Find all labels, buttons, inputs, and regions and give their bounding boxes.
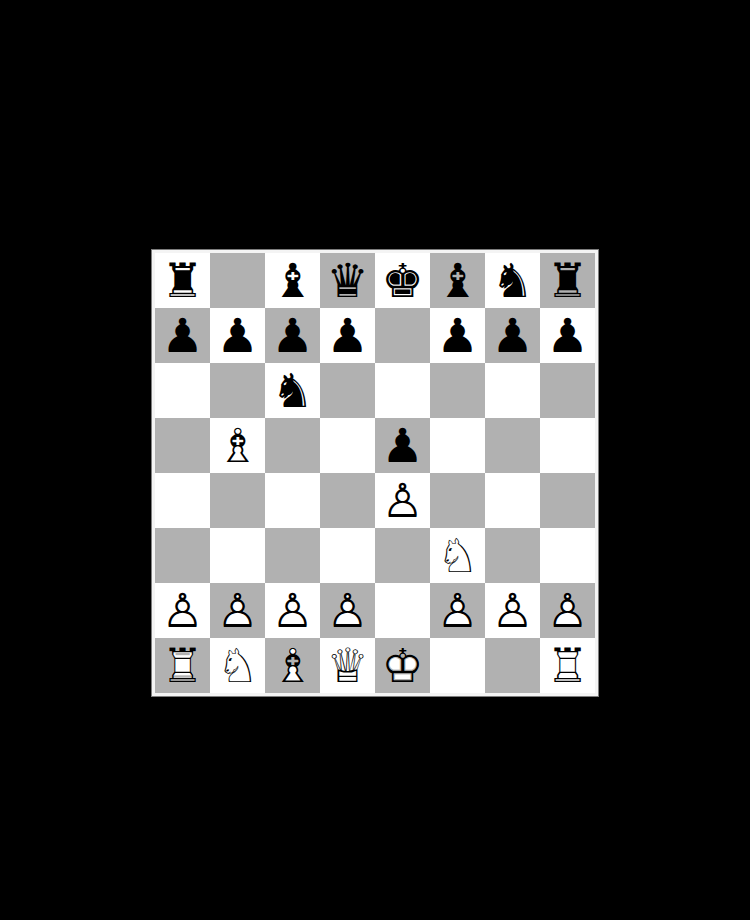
white-rook-outline-glyph: ♖	[161, 638, 203, 693]
square-e3[interactable]	[375, 528, 430, 583]
square-c2[interactable]: ♟♙	[265, 583, 320, 638]
square-h3[interactable]	[540, 528, 595, 583]
square-h2[interactable]: ♟♙	[540, 583, 595, 638]
white-bishop-piece: ♝♗	[271, 642, 313, 689]
square-h7[interactable]: ♟	[540, 308, 595, 363]
black-pawn-piece: ♟	[491, 312, 533, 359]
square-f2[interactable]: ♟♙	[430, 583, 485, 638]
white-king-piece: ♚♔	[381, 642, 423, 689]
square-f1[interactable]	[430, 638, 485, 693]
square-e5[interactable]: ♟	[375, 418, 430, 473]
square-g5[interactable]	[485, 418, 540, 473]
square-f5[interactable]	[430, 418, 485, 473]
square-d8[interactable]: ♛	[320, 253, 375, 308]
square-c1[interactable]: ♝♗	[265, 638, 320, 693]
square-b1[interactable]: ♞♘	[210, 638, 265, 693]
square-a2[interactable]: ♟♙	[155, 583, 210, 638]
white-bishop-outline-glyph: ♗	[271, 638, 313, 693]
white-pawn-piece: ♟♙	[271, 587, 313, 634]
black-rook-piece: ♜	[546, 257, 588, 304]
black-queen-piece: ♛	[326, 257, 368, 304]
square-f4[interactable]	[430, 473, 485, 528]
black-rook-piece: ♜	[161, 257, 203, 304]
page-background: { "game": "chess", "position": { "fen": …	[0, 0, 750, 920]
white-knight-outline-glyph: ♘	[216, 638, 258, 693]
white-knight-piece: ♞♘	[436, 532, 478, 579]
square-g1[interactable]	[485, 638, 540, 693]
square-g6[interactable]	[485, 363, 540, 418]
square-e8[interactable]: ♚	[375, 253, 430, 308]
square-h4[interactable]	[540, 473, 595, 528]
square-d7[interactable]: ♟	[320, 308, 375, 363]
square-d6[interactable]	[320, 363, 375, 418]
white-pawn-outline-glyph: ♙	[491, 583, 533, 638]
black-bishop-piece: ♝	[436, 257, 478, 304]
square-a3[interactable]	[155, 528, 210, 583]
white-bishop-piece: ♝♗	[216, 422, 258, 469]
white-pawn-outline-glyph: ♙	[436, 583, 478, 638]
black-pawn-piece: ♟	[216, 312, 258, 359]
black-knight-piece: ♞	[271, 367, 313, 414]
white-pawn-outline-glyph: ♙	[326, 583, 368, 638]
square-c5[interactable]	[265, 418, 320, 473]
square-a6[interactable]	[155, 363, 210, 418]
square-f3[interactable]: ♞♘	[430, 528, 485, 583]
square-b8[interactable]	[210, 253, 265, 308]
white-pawn-outline-glyph: ♙	[216, 583, 258, 638]
square-e7[interactable]	[375, 308, 430, 363]
square-b3[interactable]	[210, 528, 265, 583]
square-a5[interactable]	[155, 418, 210, 473]
white-pawn-piece: ♟♙	[491, 587, 533, 634]
square-e6[interactable]	[375, 363, 430, 418]
square-h5[interactable]	[540, 418, 595, 473]
white-pawn-piece: ♟♙	[436, 587, 478, 634]
square-h8[interactable]: ♜	[540, 253, 595, 308]
white-pawn-piece: ♟♙	[546, 587, 588, 634]
square-c7[interactable]: ♟	[265, 308, 320, 363]
white-pawn-outline-glyph: ♙	[271, 583, 313, 638]
square-g8[interactable]: ♞	[485, 253, 540, 308]
square-g3[interactable]	[485, 528, 540, 583]
square-b2[interactable]: ♟♙	[210, 583, 265, 638]
black-pawn-piece: ♟	[546, 312, 588, 359]
square-a1[interactable]: ♜♖	[155, 638, 210, 693]
square-h1[interactable]: ♜♖	[540, 638, 595, 693]
square-g2[interactable]: ♟♙	[485, 583, 540, 638]
square-d2[interactable]: ♟♙	[320, 583, 375, 638]
black-knight-piece: ♞	[491, 257, 533, 304]
white-rook-outline-glyph: ♖	[546, 638, 588, 693]
square-d4[interactable]	[320, 473, 375, 528]
square-a7[interactable]: ♟	[155, 308, 210, 363]
square-a4[interactable]	[155, 473, 210, 528]
square-f6[interactable]	[430, 363, 485, 418]
square-f8[interactable]: ♝	[430, 253, 485, 308]
white-knight-piece: ♞♘	[216, 642, 258, 689]
white-pawn-piece: ♟♙	[326, 587, 368, 634]
black-pawn-piece: ♟	[381, 422, 423, 469]
square-c4[interactable]	[265, 473, 320, 528]
white-bishop-outline-glyph: ♗	[216, 418, 258, 473]
white-pawn-outline-glyph: ♙	[546, 583, 588, 638]
black-pawn-piece: ♟	[161, 312, 203, 359]
square-d1[interactable]: ♛♕	[320, 638, 375, 693]
white-pawn-outline-glyph: ♙	[161, 583, 203, 638]
black-pawn-piece: ♟	[436, 312, 478, 359]
square-b7[interactable]: ♟	[210, 308, 265, 363]
square-b4[interactable]	[210, 473, 265, 528]
square-c3[interactable]	[265, 528, 320, 583]
black-king-piece: ♚	[381, 257, 423, 304]
white-pawn-piece: ♟♙	[161, 587, 203, 634]
black-pawn-piece: ♟	[271, 312, 313, 359]
white-rook-piece: ♜♖	[546, 642, 588, 689]
white-pawn-outline-glyph: ♙	[381, 473, 423, 528]
square-g7[interactable]: ♟	[485, 308, 540, 363]
square-d5[interactable]	[320, 418, 375, 473]
square-d3[interactable]	[320, 528, 375, 583]
square-e4[interactable]: ♟♙	[375, 473, 430, 528]
square-e2[interactable]	[375, 583, 430, 638]
square-e1[interactable]: ♚♔	[375, 638, 430, 693]
square-c6[interactable]: ♞	[265, 363, 320, 418]
white-pawn-piece: ♟♙	[216, 587, 258, 634]
white-queen-piece: ♛♕	[326, 642, 368, 689]
white-rook-piece: ♜♖	[161, 642, 203, 689]
black-pawn-piece: ♟	[326, 312, 368, 359]
white-pawn-piece: ♟♙	[381, 477, 423, 524]
square-a8[interactable]: ♜	[155, 253, 210, 308]
square-g4[interactable]	[485, 473, 540, 528]
chess-board: ♜♝♛♚♝♞♜♟♟♟♟♟♟♟♞♝♗♟♟♙♞♘♟♙♟♙♟♙♟♙♟♙♟♙♟♙♜♖♞♘…	[152, 250, 598, 696]
white-king-outline-glyph: ♔	[381, 638, 423, 693]
square-b5[interactable]: ♝♗	[210, 418, 265, 473]
black-bishop-piece: ♝	[271, 257, 313, 304]
square-c8[interactable]: ♝	[265, 253, 320, 308]
square-b6[interactable]	[210, 363, 265, 418]
white-knight-outline-glyph: ♘	[436, 528, 478, 583]
square-h6[interactable]	[540, 363, 595, 418]
square-f7[interactable]: ♟	[430, 308, 485, 363]
white-queen-outline-glyph: ♕	[326, 638, 368, 693]
